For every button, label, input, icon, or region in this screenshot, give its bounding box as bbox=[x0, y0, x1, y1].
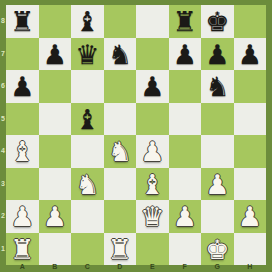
black-rook-a8[interactable]: ♜ bbox=[6, 5, 39, 38]
square-b5[interactable] bbox=[39, 103, 72, 136]
white-knight-c3[interactable]: ♞ bbox=[71, 168, 104, 201]
square-f4[interactable] bbox=[169, 135, 202, 168]
square-c4[interactable] bbox=[71, 135, 104, 168]
rank-label-5: 5 bbox=[0, 103, 6, 136]
square-c2[interactable] bbox=[71, 200, 104, 233]
white-bishop-a4[interactable]: ♝ bbox=[6, 135, 39, 168]
square-h2[interactable]: ♟ bbox=[234, 200, 267, 233]
rank-label-4: 4 bbox=[0, 135, 6, 168]
square-h3[interactable] bbox=[234, 168, 267, 201]
square-d5[interactable] bbox=[104, 103, 137, 136]
square-f6[interactable] bbox=[169, 70, 202, 103]
square-b4[interactable] bbox=[39, 135, 72, 168]
square-e4[interactable]: ♟ bbox=[136, 135, 169, 168]
square-a6[interactable]: ♟ bbox=[6, 70, 39, 103]
square-a1[interactable]: ♜ bbox=[6, 233, 39, 266]
square-h5[interactable] bbox=[234, 103, 267, 136]
square-g8[interactable]: ♚ bbox=[201, 5, 234, 38]
square-b3[interactable] bbox=[39, 168, 72, 201]
square-d2[interactable] bbox=[104, 200, 137, 233]
white-pawn-h2[interactable]: ♟ bbox=[234, 200, 267, 233]
square-b2[interactable]: ♟ bbox=[39, 200, 72, 233]
square-e6[interactable]: ♟ bbox=[136, 70, 169, 103]
square-f8[interactable]: ♜ bbox=[169, 5, 202, 38]
square-e1[interactable] bbox=[136, 233, 169, 266]
black-pawn-b7[interactable]: ♟ bbox=[39, 38, 72, 71]
square-g4[interactable] bbox=[201, 135, 234, 168]
white-king-g1[interactable]: ♚ bbox=[201, 233, 234, 266]
square-f1[interactable] bbox=[169, 233, 202, 266]
black-pawn-h7[interactable]: ♟ bbox=[234, 38, 267, 71]
square-h7[interactable]: ♟ bbox=[234, 38, 267, 71]
black-knight-d7[interactable]: ♞ bbox=[104, 38, 137, 71]
square-g2[interactable] bbox=[201, 200, 234, 233]
square-a3[interactable] bbox=[6, 168, 39, 201]
square-h8[interactable] bbox=[234, 5, 267, 38]
square-a8[interactable]: ♜ bbox=[6, 5, 39, 38]
square-b7[interactable]: ♟ bbox=[39, 38, 72, 71]
square-c7[interactable]: ♛ bbox=[71, 38, 104, 71]
black-bishop-c8[interactable]: ♝ bbox=[71, 5, 104, 38]
rank-label-8: 8 bbox=[0, 5, 6, 38]
file-label-g: G bbox=[201, 263, 234, 271]
square-c8[interactable]: ♝ bbox=[71, 5, 104, 38]
white-pawn-a2[interactable]: ♟ bbox=[6, 200, 39, 233]
square-d7[interactable]: ♞ bbox=[104, 38, 137, 71]
square-e5[interactable] bbox=[136, 103, 169, 136]
square-c6[interactable] bbox=[71, 70, 104, 103]
black-pawn-e6[interactable]: ♟ bbox=[136, 70, 169, 103]
square-c1[interactable] bbox=[71, 233, 104, 266]
square-a5[interactable] bbox=[6, 103, 39, 136]
square-c3[interactable]: ♞ bbox=[71, 168, 104, 201]
square-h4[interactable] bbox=[234, 135, 267, 168]
square-e3[interactable]: ♝ bbox=[136, 168, 169, 201]
black-bishop-c5[interactable]: ♝ bbox=[71, 103, 104, 136]
file-label-c: C bbox=[71, 263, 104, 271]
square-d4[interactable]: ♞ bbox=[104, 135, 137, 168]
file-label-e: E bbox=[136, 263, 169, 271]
white-pawn-e4[interactable]: ♟ bbox=[136, 135, 169, 168]
square-d8[interactable] bbox=[104, 5, 137, 38]
square-f5[interactable] bbox=[169, 103, 202, 136]
black-knight-g6[interactable]: ♞ bbox=[201, 70, 234, 103]
rank-label-6: 6 bbox=[0, 70, 6, 103]
square-e8[interactable] bbox=[136, 5, 169, 38]
black-pawn-a6[interactable]: ♟ bbox=[6, 70, 39, 103]
white-queen-e2[interactable]: ♛ bbox=[136, 200, 169, 233]
white-rook-d1[interactable]: ♜ bbox=[104, 233, 137, 266]
file-label-h: H bbox=[234, 263, 267, 271]
file-label-d: D bbox=[104, 263, 137, 271]
black-pawn-f7[interactable]: ♟ bbox=[169, 38, 202, 71]
square-d3[interactable] bbox=[104, 168, 137, 201]
square-f2[interactable]: ♟ bbox=[169, 200, 202, 233]
black-king-g8[interactable]: ♚ bbox=[201, 5, 234, 38]
file-label-a: A bbox=[6, 263, 39, 271]
square-g7[interactable]: ♟ bbox=[201, 38, 234, 71]
square-f3[interactable] bbox=[169, 168, 202, 201]
white-rook-a1[interactable]: ♜ bbox=[6, 233, 39, 266]
square-a7[interactable] bbox=[6, 38, 39, 71]
square-b8[interactable] bbox=[39, 5, 72, 38]
square-g6[interactable]: ♞ bbox=[201, 70, 234, 103]
square-f7[interactable]: ♟ bbox=[169, 38, 202, 71]
file-label-b: B bbox=[39, 263, 72, 271]
square-d1[interactable]: ♜ bbox=[104, 233, 137, 266]
white-pawn-f2[interactable]: ♟ bbox=[169, 200, 202, 233]
chess-board-widget: ♜♝♜♚♟♛♞♟♟♟♟♟♞♝♝♞♟♞♝♟♟♟♛♟♟♜♜♚ 87654321ABC… bbox=[0, 0, 272, 272]
white-pawn-b2[interactable]: ♟ bbox=[39, 200, 72, 233]
white-pawn-g3[interactable]: ♟ bbox=[201, 168, 234, 201]
rank-label-2: 2 bbox=[0, 200, 6, 233]
square-c5[interactable]: ♝ bbox=[71, 103, 104, 136]
rank-label-3: 3 bbox=[0, 168, 6, 201]
square-b6[interactable] bbox=[39, 70, 72, 103]
square-e7[interactable] bbox=[136, 38, 169, 71]
black-queen-c7[interactable]: ♛ bbox=[71, 38, 104, 71]
rank-label-1: 1 bbox=[0, 233, 6, 266]
black-rook-f8[interactable]: ♜ bbox=[169, 5, 202, 38]
square-b1[interactable] bbox=[39, 233, 72, 266]
black-pawn-g7[interactable]: ♟ bbox=[201, 38, 234, 71]
square-g3[interactable]: ♟ bbox=[201, 168, 234, 201]
square-a4[interactable]: ♝ bbox=[6, 135, 39, 168]
white-bishop-e3[interactable]: ♝ bbox=[136, 168, 169, 201]
square-g5[interactable] bbox=[201, 103, 234, 136]
square-g1[interactable]: ♚ bbox=[201, 233, 234, 266]
file-label-f: F bbox=[169, 263, 202, 271]
square-d6[interactable] bbox=[104, 70, 137, 103]
white-knight-d4[interactable]: ♞ bbox=[104, 135, 137, 168]
square-e2[interactable]: ♛ bbox=[136, 200, 169, 233]
square-a2[interactable]: ♟ bbox=[6, 200, 39, 233]
chess-board: ♜♝♜♚♟♛♞♟♟♟♟♟♞♝♝♞♟♞♝♟♟♟♛♟♟♜♜♚ bbox=[6, 5, 266, 265]
square-h6[interactable] bbox=[234, 70, 267, 103]
square-h1[interactable] bbox=[234, 233, 267, 266]
rank-label-7: 7 bbox=[0, 38, 6, 71]
